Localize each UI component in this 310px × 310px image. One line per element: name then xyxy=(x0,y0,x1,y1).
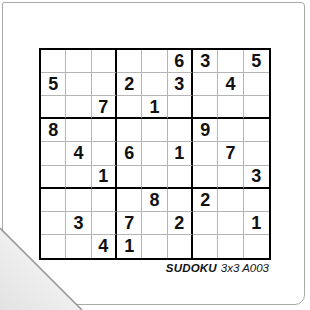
cell-r3c9[interactable] xyxy=(244,96,269,119)
cell-r1c4[interactable] xyxy=(117,50,142,73)
cell-r2c1[interactable]: 5 xyxy=(41,73,66,96)
cell-r1c6[interactable]: 6 xyxy=(168,50,193,73)
cell-r2c8[interactable]: 4 xyxy=(218,73,243,96)
cell-r8c7[interactable] xyxy=(193,212,218,235)
cell-r3c1[interactable] xyxy=(41,96,66,119)
cell-r9c8[interactable] xyxy=(218,235,243,258)
cell-r3c4[interactable] xyxy=(117,96,142,119)
cell-r2c6[interactable]: 3 xyxy=(168,73,193,96)
cell-r6c2[interactable] xyxy=(66,166,91,189)
cell-r8c9[interactable]: 1 xyxy=(244,212,269,235)
cell-r4c5[interactable] xyxy=(142,119,167,142)
cell-r9c3[interactable]: 4 xyxy=(92,235,117,258)
cell-r7c3[interactable] xyxy=(92,189,117,212)
cell-r5c4[interactable]: 6 xyxy=(117,142,142,165)
cell-r6c1[interactable] xyxy=(41,166,66,189)
cell-r3c2[interactable] xyxy=(66,96,91,119)
cell-r6c5[interactable] xyxy=(142,166,167,189)
cell-r1c8[interactable] xyxy=(218,50,243,73)
cell-r8c1[interactable] xyxy=(41,212,66,235)
cell-r7c2[interactable] xyxy=(66,189,91,212)
cell-r6c8[interactable] xyxy=(218,166,243,189)
cell-r4c2[interactable] xyxy=(66,119,91,142)
cell-r1c1[interactable] xyxy=(41,50,66,73)
cell-r6c4[interactable] xyxy=(117,166,142,189)
cell-r3c8[interactable] xyxy=(218,96,243,119)
cell-r7c8[interactable] xyxy=(218,189,243,212)
cell-r7c9[interactable] xyxy=(244,189,269,212)
puzzle-canvas: 6355234718946171382372141 SUDOKU3x3 A003 xyxy=(0,0,310,310)
paper-sheet: 6355234718946171382372141 SUDOKU3x3 A003 xyxy=(2,2,305,305)
cell-r1c9[interactable]: 5 xyxy=(244,50,269,73)
cell-r8c3[interactable] xyxy=(92,212,117,235)
cell-r9c9[interactable] xyxy=(244,235,269,258)
cell-r6c9[interactable]: 3 xyxy=(244,166,269,189)
cell-r1c7[interactable]: 3 xyxy=(193,50,218,73)
cell-r7c1[interactable] xyxy=(41,189,66,212)
cell-r4c3[interactable] xyxy=(92,119,117,142)
cell-r6c6[interactable] xyxy=(168,166,193,189)
caption-brand: SUDOKU xyxy=(166,262,217,274)
cell-r2c7[interactable] xyxy=(193,73,218,96)
cell-r9c5[interactable] xyxy=(142,235,167,258)
cell-r6c7[interactable] xyxy=(193,166,218,189)
cell-r4c9[interactable] xyxy=(244,119,269,142)
cell-r3c6[interactable] xyxy=(168,96,193,119)
cell-r5c7[interactable] xyxy=(193,142,218,165)
cell-r2c4[interactable]: 2 xyxy=(117,73,142,96)
cell-r5c6[interactable]: 1 xyxy=(168,142,193,165)
cell-r7c4[interactable] xyxy=(117,189,142,212)
cell-r2c9[interactable] xyxy=(244,73,269,96)
cell-r5c9[interactable] xyxy=(244,142,269,165)
cell-r4c1[interactable]: 8 xyxy=(41,119,66,142)
cell-r5c3[interactable] xyxy=(92,142,117,165)
cell-r4c4[interactable] xyxy=(117,119,142,142)
cell-r5c2[interactable]: 4 xyxy=(66,142,91,165)
cell-r7c7[interactable]: 2 xyxy=(193,189,218,212)
cell-r9c2[interactable] xyxy=(66,235,91,258)
cell-r9c7[interactable] xyxy=(193,235,218,258)
caption-suffix: 3x3 A003 xyxy=(221,262,269,274)
cell-r9c6[interactable] xyxy=(168,235,193,258)
cell-r4c6[interactable] xyxy=(168,119,193,142)
cell-r8c6[interactable]: 2 xyxy=(168,212,193,235)
cell-r6c3[interactable]: 1 xyxy=(92,166,117,189)
cell-r7c5[interactable]: 8 xyxy=(142,189,167,212)
cell-r3c5[interactable]: 1 xyxy=(142,96,167,119)
cell-r9c4[interactable]: 1 xyxy=(117,235,142,258)
cell-r2c2[interactable] xyxy=(66,73,91,96)
cell-r1c2[interactable] xyxy=(66,50,91,73)
cell-r1c3[interactable] xyxy=(92,50,117,73)
cell-r8c5[interactable] xyxy=(142,212,167,235)
cell-r5c1[interactable] xyxy=(41,142,66,165)
cell-r3c7[interactable] xyxy=(193,96,218,119)
cell-r8c8[interactable] xyxy=(218,212,243,235)
caption: SUDOKU3x3 A003 xyxy=(166,262,269,274)
cell-r3c3[interactable]: 7 xyxy=(92,96,117,119)
cell-r5c8[interactable]: 7 xyxy=(218,142,243,165)
cell-r8c4[interactable]: 7 xyxy=(117,212,142,235)
cell-r5c5[interactable] xyxy=(142,142,167,165)
cell-r9c1[interactable] xyxy=(41,235,66,258)
cell-r2c5[interactable] xyxy=(142,73,167,96)
cell-r1c5[interactable] xyxy=(142,50,167,73)
cell-r4c7[interactable]: 9 xyxy=(193,119,218,142)
cell-r2c3[interactable] xyxy=(92,73,117,96)
cell-r8c2[interactable]: 3 xyxy=(66,212,91,235)
sudoku-grid: 6355234718946171382372141 xyxy=(39,48,271,260)
cell-r4c8[interactable] xyxy=(218,119,243,142)
cell-r7c6[interactable] xyxy=(168,189,193,212)
